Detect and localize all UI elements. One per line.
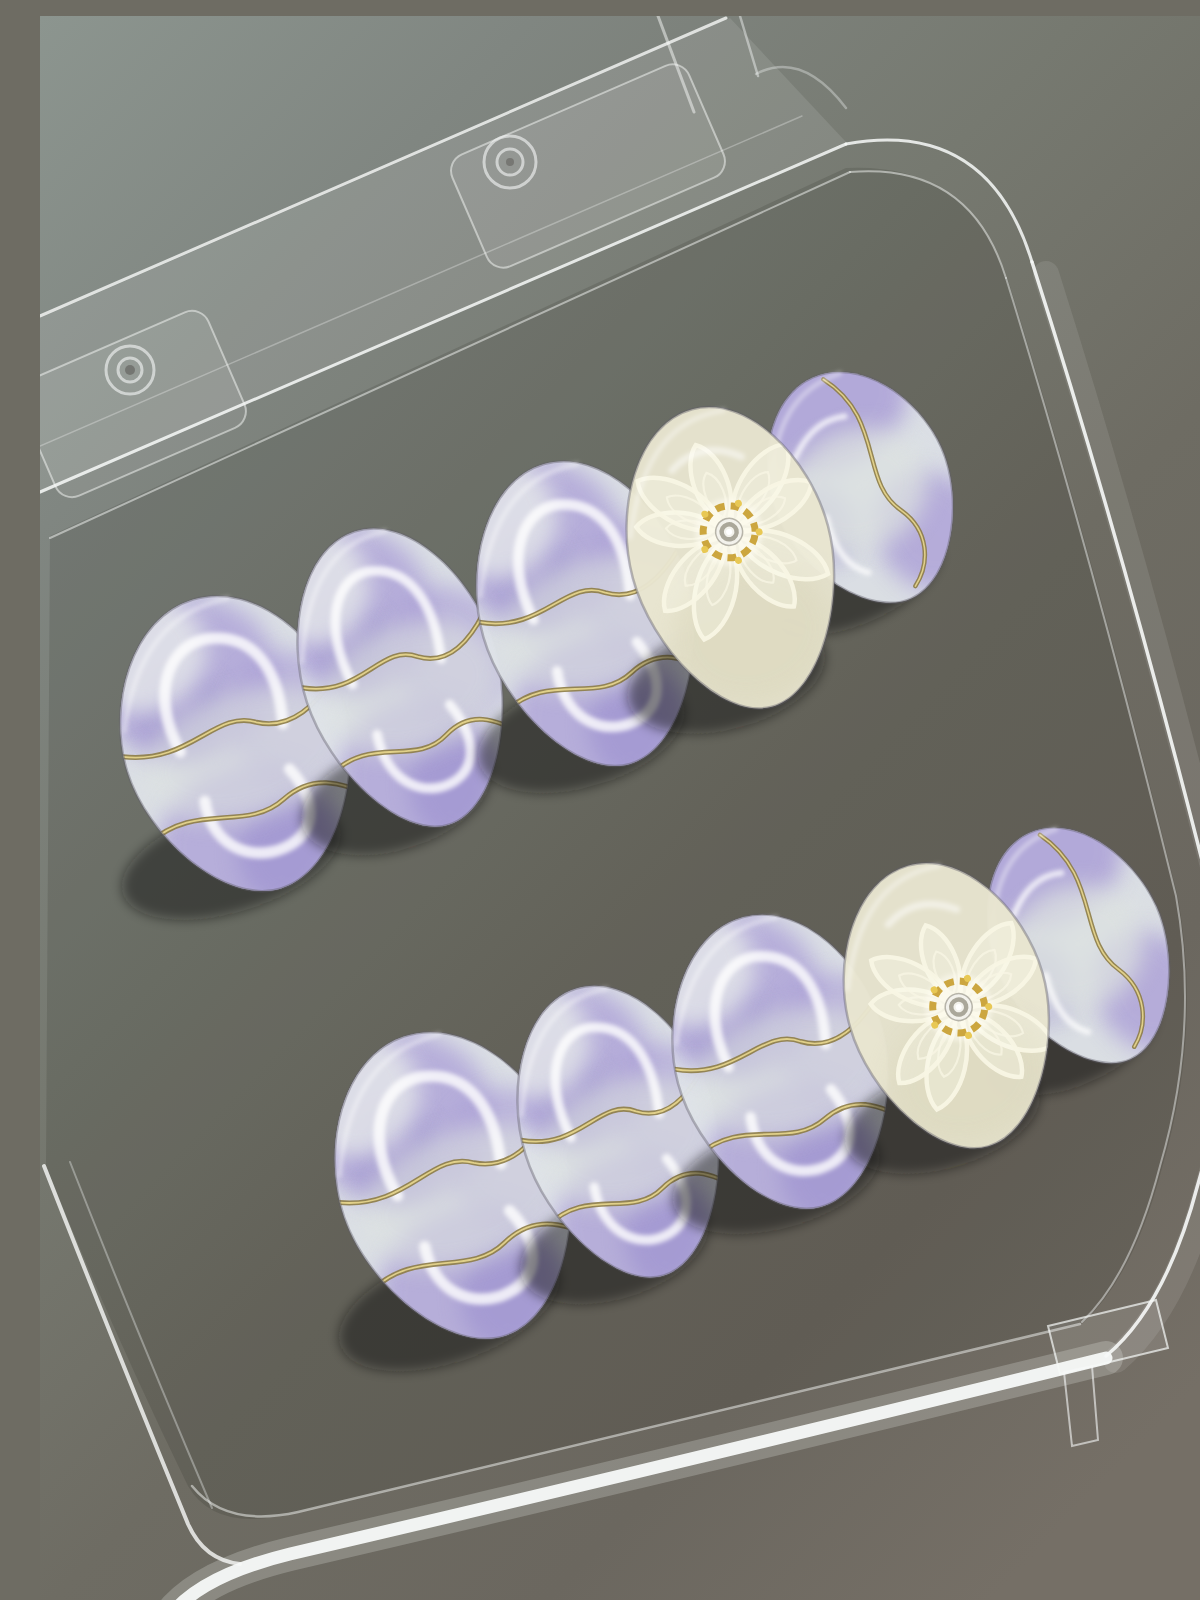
hinge-pin-center-mid: [506, 158, 514, 166]
press-on-nails-photo: [40, 16, 1200, 1600]
scene-canvas: [40, 16, 1200, 1600]
hinge-pin-center-left: [125, 365, 135, 375]
